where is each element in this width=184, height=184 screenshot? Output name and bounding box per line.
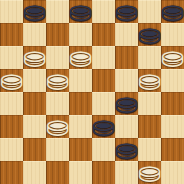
black-man[interactable]: ⛂ <box>138 23 161 46</box>
white-man[interactable]: ⛂ <box>69 46 92 69</box>
light-square-r7c5 <box>115 161 138 184</box>
dark-square-r0c5[interactable]: ⛂ <box>115 0 138 23</box>
black-man[interactable]: ⛂ <box>69 0 92 23</box>
light-square-r5c3 <box>69 115 92 138</box>
dark-square-r6c5[interactable]: ⛂ <box>115 138 138 161</box>
light-square-r7c7 <box>161 161 184 184</box>
black-man[interactable]: ⛂ <box>92 115 115 138</box>
dark-square-r4c5[interactable]: ⛂ <box>115 92 138 115</box>
light-square-r2c4 <box>92 46 115 69</box>
light-square-r5c1 <box>23 115 46 138</box>
white-man[interactable]: ⛂ <box>161 46 184 69</box>
dark-square-r3c4[interactable] <box>92 69 115 92</box>
black-man[interactable]: ⛂ <box>115 138 138 161</box>
white-man[interactable]: ⛂ <box>46 69 69 92</box>
light-square-r7c3 <box>69 161 92 184</box>
dark-square-r4c1[interactable] <box>23 92 46 115</box>
white-man[interactable]: ⛂ <box>138 161 161 184</box>
light-square-r6c4 <box>92 138 115 161</box>
light-square-r4c6 <box>138 92 161 115</box>
dark-square-r4c7[interactable] <box>161 92 184 115</box>
dark-square-r5c6[interactable] <box>138 115 161 138</box>
light-square-r0c0 <box>0 0 23 23</box>
light-square-r6c2 <box>46 138 69 161</box>
light-square-r3c3 <box>69 69 92 92</box>
dark-square-r2c3[interactable]: ⛂ <box>69 46 92 69</box>
black-man[interactable]: ⛂ <box>161 0 184 23</box>
checkers-board: ⛂⛂⛂⛂⛂⛂⛂⛂⛂⛂⛂⛂⛂⛂⛂⛂ <box>0 0 184 184</box>
dark-square-r1c0[interactable] <box>0 23 23 46</box>
white-man[interactable]: ⛂ <box>0 69 23 92</box>
checkers-game-window: ⛂⛂⛂⛂⛂⛂⛂⛂⛂⛂⛂⛂⛂⛂⛂⛂ <box>0 0 184 184</box>
black-man[interactable]: ⛂ <box>115 0 138 23</box>
dark-square-r3c0[interactable]: ⛂ <box>0 69 23 92</box>
dark-square-r1c2[interactable] <box>46 23 69 46</box>
light-square-r3c1 <box>23 69 46 92</box>
dark-square-r6c7[interactable] <box>161 138 184 161</box>
black-man[interactable]: ⛂ <box>23 0 46 23</box>
dark-square-r6c1[interactable] <box>23 138 46 161</box>
light-square-r6c0 <box>0 138 23 161</box>
dark-square-r1c4[interactable] <box>92 23 115 46</box>
dark-square-r2c1[interactable]: ⛂ <box>23 46 46 69</box>
light-square-r0c2 <box>46 0 69 23</box>
dark-square-r7c2[interactable] <box>46 161 69 184</box>
dark-square-r4c3[interactable] <box>69 92 92 115</box>
dark-square-r7c4[interactable] <box>92 161 115 184</box>
dark-square-r6c3[interactable] <box>69 138 92 161</box>
black-man[interactable]: ⛂ <box>115 92 138 115</box>
white-man[interactable]: ⛂ <box>46 115 69 138</box>
light-square-r1c5 <box>115 23 138 46</box>
white-man[interactable]: ⛂ <box>138 69 161 92</box>
light-square-r5c7 <box>161 115 184 138</box>
dark-square-r3c6[interactable]: ⛂ <box>138 69 161 92</box>
dark-square-r5c4[interactable]: ⛂ <box>92 115 115 138</box>
dark-square-r5c2[interactable]: ⛂ <box>46 115 69 138</box>
light-square-r4c0 <box>0 92 23 115</box>
light-square-r3c7 <box>161 69 184 92</box>
dark-square-r0c3[interactable]: ⛂ <box>69 0 92 23</box>
light-square-r7c1 <box>23 161 46 184</box>
light-square-r0c4 <box>92 0 115 23</box>
dark-square-r0c1[interactable]: ⛂ <box>23 0 46 23</box>
dark-square-r7c0[interactable] <box>0 161 23 184</box>
dark-square-r1c6[interactable]: ⛂ <box>138 23 161 46</box>
dark-square-r5c0[interactable] <box>0 115 23 138</box>
dark-square-r2c5[interactable] <box>115 46 138 69</box>
dark-square-r7c6[interactable]: ⛂ <box>138 161 161 184</box>
dark-square-r2c7[interactable]: ⛂ <box>161 46 184 69</box>
white-man[interactable]: ⛂ <box>23 46 46 69</box>
dark-square-r0c7[interactable]: ⛂ <box>161 0 184 23</box>
dark-square-r3c2[interactable]: ⛂ <box>46 69 69 92</box>
